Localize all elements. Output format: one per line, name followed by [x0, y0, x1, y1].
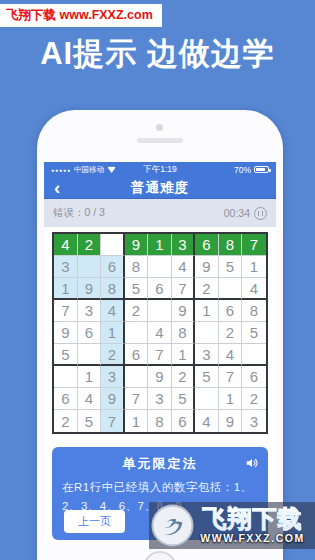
sudoku-cell-r8c1[interactable]: 6: [54, 388, 78, 410]
sudoku-cell-r1c5[interactable]: 1: [148, 234, 172, 256]
sudoku-cell-r2c9[interactable]: 1: [242, 256, 266, 278]
site-banner: 飞翔下载 www.FXXZ.com: [0, 4, 162, 27]
battery-percent-label: 70%: [234, 165, 251, 175]
pause-button[interactable]: [254, 207, 267, 220]
sudoku-cell-r9c5[interactable]: 8: [148, 410, 172, 432]
sudoku-cell-r2c8[interactable]: 5: [219, 256, 243, 278]
sudoku-cell-r2c6[interactable]: 4: [172, 256, 196, 278]
sudoku-board: 4291368736849511985672473429168961482552…: [52, 232, 268, 434]
sudoku-cell-r5c3[interactable]: 1: [101, 322, 125, 344]
page: 飞翔下载 www.FXXZ.com AI提示 边做边学 ●●●●● 中国移动 下…: [0, 0, 315, 560]
sudoku-cell-r4c8[interactable]: 6: [219, 300, 243, 322]
sudoku-cell-r8c6[interactable]: 5: [172, 388, 196, 410]
sudoku-cell-r1c9[interactable]: 7: [242, 234, 266, 256]
sudoku-cell-r7c4[interactable]: [125, 366, 149, 388]
sudoku-cell-r7c3[interactable]: 3: [101, 366, 125, 388]
sudoku-cell-r8c8[interactable]: 1: [219, 388, 243, 410]
sudoku-cell-r2c3[interactable]: 6: [101, 256, 125, 278]
previous-page-button[interactable]: 上一页: [64, 510, 125, 533]
sudoku-cell-r5c6[interactable]: 8: [172, 322, 196, 344]
sudoku-cell-r5c4[interactable]: [125, 322, 149, 344]
sudoku-cell-r4c5[interactable]: [148, 300, 172, 322]
sudoku-cell-r9c4[interactable]: 1: [125, 410, 149, 432]
sudoku-cell-r5c7[interactable]: [195, 322, 219, 344]
sudoku-cell-r9c7[interactable]: 4: [195, 410, 219, 432]
sudoku-cell-r4c4[interactable]: 2: [125, 300, 149, 322]
sudoku-cell-r3c3[interactable]: 8: [101, 278, 125, 300]
watermark-title: 飞翔下载: [194, 507, 311, 531]
sudoku-cell-r9c1[interactable]: 2: [54, 410, 78, 432]
sudoku-cell-r3c7[interactable]: 2: [195, 278, 219, 300]
sudoku-cell-r1c8[interactable]: 8: [219, 234, 243, 256]
sudoku-cell-r3c2[interactable]: 9: [78, 278, 102, 300]
sudoku-cell-r8c4[interactable]: 7: [125, 388, 149, 410]
sudoku-cell-r9c9[interactable]: 3: [242, 410, 266, 432]
watermark-url: WWW.FXXZ.COM: [194, 532, 311, 544]
sudoku-cell-r6c8[interactable]: 4: [219, 344, 243, 366]
sudoku-cell-r7c8[interactable]: 7: [219, 366, 243, 388]
sudoku-cell-r2c2[interactable]: [78, 256, 102, 278]
sudoku-cell-r6c4[interactable]: 6: [125, 344, 149, 366]
sudoku-cell-r4c9[interactable]: 8: [242, 300, 266, 322]
sudoku-cell-r4c2[interactable]: 3: [78, 300, 102, 322]
battery-icon: [254, 166, 269, 173]
status-bar: ●●●●● 中国移动 下午1:19 70%: [44, 162, 276, 177]
pause-icon: [258, 211, 263, 216]
sudoku-cell-r6c7[interactable]: 3: [195, 344, 219, 366]
sudoku-cell-r2c7[interactable]: 9: [195, 256, 219, 278]
sudoku-cell-r8c7[interactable]: [195, 388, 219, 410]
sudoku-cell-r1c7[interactable]: 6: [195, 234, 219, 256]
sudoku-cell-r4c3[interactable]: 4: [101, 300, 125, 322]
sudoku-cell-r2c4[interactable]: 8: [125, 256, 149, 278]
earpiece-slot: [137, 138, 183, 143]
clock-label: 下午1:19: [143, 164, 177, 176]
sudoku-cell-r3c1[interactable]: 1: [54, 278, 78, 300]
sudoku-cell-r1c3[interactable]: [101, 234, 125, 256]
sudoku-cell-r7c2[interactable]: 1: [78, 366, 102, 388]
sudoku-cell-r3c6[interactable]: 7: [172, 278, 196, 300]
sudoku-cell-r3c4[interactable]: 5: [125, 278, 149, 300]
sudoku-cell-r9c3[interactable]: 7: [101, 410, 125, 432]
sudoku-cell-r3c8[interactable]: [219, 278, 243, 300]
sudoku-cell-r1c2[interactable]: 2: [78, 234, 102, 256]
hint-title: 单元限定法: [62, 455, 258, 473]
sudoku-cell-r4c7[interactable]: 1: [195, 300, 219, 322]
errors-label: 错误：0 / 3: [53, 206, 105, 220]
sudoku-cell-r2c1[interactable]: 3: [54, 256, 78, 278]
sudoku-cell-r4c1[interactable]: 7: [54, 300, 78, 322]
sudoku-cell-r4c6[interactable]: 9: [172, 300, 196, 322]
sudoku-cell-r8c9[interactable]: 2: [242, 388, 266, 410]
sudoku-cell-r6c5[interactable]: 7: [148, 344, 172, 366]
sudoku-cell-r1c6[interactable]: 3: [172, 234, 196, 256]
sudoku-cell-r3c9[interactable]: 4: [242, 278, 266, 300]
sudoku-cell-r6c6[interactable]: 1: [172, 344, 196, 366]
sudoku-cell-r8c2[interactable]: 4: [78, 388, 102, 410]
sudoku-cell-r7c5[interactable]: 9: [148, 366, 172, 388]
sudoku-cell-r6c3[interactable]: 2: [101, 344, 125, 366]
timer-label: 00:34: [224, 207, 250, 219]
sudoku-cell-r7c7[interactable]: 5: [195, 366, 219, 388]
nav-bar: ‹ 普通难度: [44, 177, 276, 199]
download-watermark: 飞翔下载 WWW.FXXZ.COM: [149, 502, 315, 549]
sudoku-cell-r5c5[interactable]: 4: [148, 322, 172, 344]
promo-headline: AI提示 边做边学: [0, 33, 315, 75]
info-bar: 错误：0 / 3 00:34: [44, 199, 276, 227]
sudoku-cell-r5c8[interactable]: 2: [219, 322, 243, 344]
sudoku-cell-r9c6[interactable]: 6: [172, 410, 196, 432]
sudoku-cell-r6c1[interactable]: 5: [54, 344, 78, 366]
sudoku-cell-r8c5[interactable]: 3: [148, 388, 172, 410]
camera-dot-icon: [156, 124, 163, 131]
carrier-label: 中国移动: [74, 165, 104, 175]
sudoku-cell-r9c8[interactable]: 9: [219, 410, 243, 432]
sudoku-cell-r7c9[interactable]: 6: [242, 366, 266, 388]
sudoku-cell-r7c6[interactable]: 2: [172, 366, 196, 388]
phone-mockup: ●●●●● 中国移动 下午1:19 70% ‹ 普通难度 错误：0 / 3 00…: [37, 110, 283, 560]
signal-dots-icon: ●●●●●: [51, 167, 71, 173]
sudoku-cell-r5c2[interactable]: 6: [78, 322, 102, 344]
sudoku-cell-r2c5[interactable]: [148, 256, 172, 278]
sudoku-cell-r1c1[interactable]: 4: [54, 234, 78, 256]
home-button[interactable]: [143, 551, 177, 560]
sudoku-cell-r6c9[interactable]: [242, 344, 266, 366]
sudoku-cell-r7c1[interactable]: [54, 366, 78, 388]
sudoku-cell-r8c3[interactable]: 9: [101, 388, 125, 410]
app-screen: ●●●●● 中国移动 下午1:19 70% ‹ 普通难度 错误：0 / 3 00…: [44, 162, 276, 543]
fxxz-logo-icon: [151, 504, 194, 547]
page-title: 普通难度: [44, 179, 276, 197]
sudoku-cell-r3c5[interactable]: 6: [148, 278, 172, 300]
speaker-icon[interactable]: [245, 456, 259, 470]
wifi-icon: [107, 166, 116, 173]
sudoku-cell-r5c9[interactable]: 5: [242, 322, 266, 344]
sudoku-cell-r1c4[interactable]: 9: [125, 234, 149, 256]
sudoku-cell-r5c1[interactable]: 9: [54, 322, 78, 344]
sudoku-cell-r6c2[interactable]: [78, 344, 102, 366]
sudoku-cell-r9c2[interactable]: 5: [78, 410, 102, 432]
